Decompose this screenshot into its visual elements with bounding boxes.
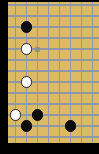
white-stone — [21, 43, 33, 55]
grid-vertical-line — [92, 2, 94, 143]
black-stone — [21, 21, 33, 33]
grid-vertical-line — [81, 2, 83, 143]
grid-horizontal-line — [8, 92, 99, 94]
black-stone — [21, 120, 33, 132]
grid-horizontal-line — [8, 15, 99, 17]
grid-horizontal-line — [8, 59, 99, 61]
white-stone — [10, 109, 22, 121]
grid-vertical-line — [15, 2, 17, 143]
go-diagram-window — [0, 0, 99, 154]
grid-horizontal-line — [8, 114, 99, 116]
grid-vertical-line — [37, 2, 39, 143]
black-stone — [65, 120, 77, 132]
grid-horizontal-line — [8, 37, 99, 39]
grid-horizontal-line — [8, 103, 99, 105]
grid-vertical-line — [48, 2, 50, 143]
grid-horizontal-line — [8, 4, 99, 6]
go-board[interactable] — [8, 2, 99, 143]
grid-horizontal-line — [8, 136, 99, 138]
grid-horizontal-line — [8, 70, 99, 72]
white-stone — [21, 76, 33, 88]
grid-vertical-line — [59, 2, 61, 143]
black-stone — [32, 109, 44, 121]
point-marker-icon — [35, 47, 40, 52]
